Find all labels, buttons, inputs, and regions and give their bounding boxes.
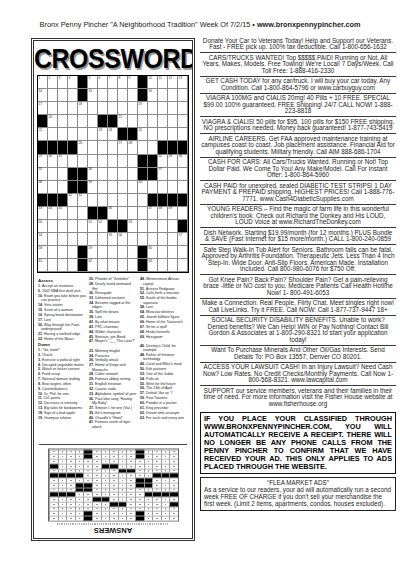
white-square: [58, 128, 68, 141]
white-square: [169, 497, 178, 502]
white-square: [178, 207, 188, 220]
clue: 8. Bow targets, often: [38, 382, 86, 386]
cell-number: 23: [98, 128, 102, 132]
white-square: [78, 115, 88, 128]
white-square: [152, 483, 161, 488]
white-square: [66, 497, 75, 502]
white-square: [126, 464, 135, 469]
white-square: 45: [58, 207, 68, 220]
white-square: [100, 507, 109, 512]
white-square: [168, 102, 178, 115]
white-square: [66, 468, 75, 473]
white-square: [98, 194, 108, 207]
clue: 18. Sign of a bad apple: [38, 411, 86, 415]
white-square: [57, 483, 66, 488]
clue-column: 25. Phoebe of "Gremlins"28. Dearly loved…: [89, 277, 137, 441]
white-square: [128, 155, 138, 168]
clue: 3. Exercise a political right: [38, 358, 86, 362]
cell-number: 46: [108, 206, 112, 210]
black-square: [108, 220, 118, 233]
white-square: [160, 464, 169, 469]
white-square: 49: [168, 207, 178, 220]
black-square: [148, 155, 158, 168]
white-square: [78, 155, 88, 168]
newspaper-page: Bronx Penny Pincher "A Neighborhood Trad…: [0, 0, 400, 573]
cell-number: 13: [178, 76, 182, 80]
black-square: [117, 502, 126, 507]
white-square: 37: [158, 168, 168, 181]
cell-number: 9: [128, 76, 130, 80]
cell-number: 38: [38, 180, 42, 184]
clue: 12. Decrease in intensity: [38, 401, 86, 405]
clue: 2. Oracle: [38, 353, 86, 357]
white-square: [108, 181, 118, 194]
classified-ad: CASH FOR CARS: All Cars/Trucks Wanted. R…: [200, 157, 396, 181]
black-square: [148, 168, 158, 181]
clue-number: 56.: [140, 386, 146, 390]
cell-number: 51: [88, 220, 92, 224]
white-square: [74, 464, 83, 469]
black-square: [74, 488, 83, 493]
white-square: [74, 478, 83, 483]
white-square: 2: [48, 76, 58, 89]
clue-number: 66.: [140, 320, 146, 324]
black-square: [178, 194, 188, 207]
white-square: [78, 233, 88, 246]
white-square: [135, 502, 144, 507]
clue-number: 68.: [140, 330, 146, 334]
white-square: 23: [98, 128, 108, 141]
white-square: [158, 128, 168, 141]
white-square: [158, 115, 168, 128]
black-square: [138, 168, 148, 181]
clue: 54. Pulls on: [140, 377, 188, 381]
white-square: [117, 511, 126, 516]
white-square: [160, 497, 169, 502]
classified-ad: SOCIAL SECURITY DISABILITY BENEFITS. Una…: [200, 315, 396, 345]
white-square: [88, 194, 98, 207]
white-square: 46: [108, 207, 118, 220]
answers-label: ANSWERS: [34, 526, 192, 535]
white-square: 48: [158, 207, 168, 220]
black-square: [38, 194, 48, 207]
clue: 23. Morning mugful: [89, 349, 137, 353]
cell-number: 35: [38, 167, 42, 171]
clue-number: 30.: [89, 291, 95, 295]
clue: 34. Become ragged at the edges: [89, 301, 137, 310]
white-square: 3: [58, 76, 68, 89]
white-square: [152, 511, 161, 516]
cell-number: 59: [88, 246, 92, 250]
clue-number: 39.: [89, 411, 95, 415]
white-square: [83, 478, 92, 483]
cell-number: 2: [48, 76, 50, 80]
clue-number: 46.: [140, 344, 146, 348]
cell-number: 60: [148, 246, 152, 250]
white-square: [57, 502, 66, 507]
white-square: [57, 497, 66, 502]
white-square: [66, 454, 75, 459]
white-square: [118, 246, 128, 259]
white-square: [58, 89, 68, 102]
black-square: [57, 473, 66, 478]
clue-number: 43.: [89, 325, 95, 329]
black-square: [98, 115, 108, 128]
white-square: [100, 454, 109, 459]
white-square: [143, 502, 152, 507]
clue: 42. By what means: [89, 320, 137, 324]
clue-number: 47.: [89, 339, 95, 343]
white-square: [88, 233, 98, 246]
clue: 57. Dotted, like an "i": [140, 391, 188, 395]
white-square: 24: [108, 128, 118, 141]
white-square: [57, 488, 66, 493]
black-square: [128, 128, 138, 141]
clue: 33. Alphabetic symbol of yore: [89, 392, 137, 396]
white-square: 41: [68, 194, 78, 207]
cell-number: 28: [128, 141, 132, 145]
white-square: [74, 454, 83, 459]
white-square: [49, 459, 58, 464]
page-header: Bronx Penny Pincher "A Neighborhood Trad…: [0, 20, 400, 29]
white-square: [169, 459, 178, 464]
white-square: [92, 488, 101, 493]
white-square: [117, 488, 126, 493]
white-square: [48, 128, 58, 141]
cell-number: 20: [48, 115, 52, 119]
white-square: [92, 507, 101, 512]
white-square: [49, 478, 58, 483]
white-square: 13: [178, 76, 188, 89]
white-square: [135, 488, 144, 493]
cell-number: 8: [118, 76, 120, 80]
black-square: [68, 168, 78, 181]
clue-number: 33.: [89, 296, 95, 300]
clue: 36. Paul who sang "Having My Baby": [89, 397, 137, 406]
white-square: [152, 502, 161, 507]
white-square: [100, 492, 109, 497]
white-square: 36: [88, 168, 98, 181]
white-square: [152, 488, 161, 493]
black-square: [168, 141, 178, 154]
white-square: [88, 128, 98, 141]
black-square: [83, 516, 92, 521]
white-square: [68, 259, 78, 272]
white-square: 32: [158, 155, 168, 168]
white-square: 11: [158, 76, 168, 89]
clue-number: 31.: [89, 382, 95, 386]
clue-number: 44.: [89, 330, 95, 334]
clue-number: 24.: [89, 354, 95, 358]
cell-number: 57: [178, 233, 182, 237]
black-square: [78, 259, 88, 272]
clue: 1. Accept an invitation: [38, 284, 86, 288]
black-square: [178, 141, 188, 154]
white-square: [135, 459, 144, 464]
clue: 25. Phoebe of "Gremlins": [89, 277, 137, 281]
clue: 20. Way through the Paris underground: [38, 323, 86, 332]
white-square: 38: [38, 181, 48, 194]
clue: 26. Verbally attack: [89, 358, 137, 362]
white-square: [143, 473, 152, 478]
cell-number: 45: [58, 206, 62, 210]
clue: 66. Home of the Taoiseach: [140, 320, 188, 324]
classified-ad: Make a Connection. Real People, Flirty C…: [200, 298, 396, 315]
clue-number: 38.: [89, 315, 95, 319]
white-square: 17: [38, 102, 48, 115]
white-square: [68, 220, 78, 233]
white-square: [108, 194, 118, 207]
white-square: [100, 449, 109, 454]
white-square: [148, 220, 158, 233]
white-square: [58, 220, 68, 233]
black-square: [138, 89, 148, 102]
cell-number: 27: [118, 141, 122, 145]
cell-number: 61: [38, 259, 42, 263]
cell-number: 33: [168, 154, 172, 158]
black-square: [66, 473, 75, 478]
white-square: 42: [78, 194, 88, 207]
white-square: [66, 483, 75, 488]
black-square: [83, 483, 92, 488]
white-square: [152, 459, 161, 464]
white-square: [88, 115, 98, 128]
cell-number: 55: [108, 233, 112, 237]
clue-number: 62.: [140, 411, 146, 415]
black-square: [138, 246, 148, 259]
black-square: [49, 473, 58, 478]
black-square: [148, 194, 158, 207]
clue-number: 7.: [38, 377, 42, 381]
white-square: [49, 511, 58, 516]
clue: 61. King preceder: [140, 406, 188, 410]
white-square: [92, 516, 101, 521]
white-square: [58, 181, 68, 194]
cell-number: 17: [38, 102, 42, 106]
black-square: [74, 473, 83, 478]
white-square: [160, 454, 169, 459]
white-square: [92, 473, 101, 478]
white-square: [135, 507, 144, 512]
white-square: 57: [178, 233, 188, 246]
cell-number: 56: [118, 233, 122, 237]
white-square: [49, 483, 58, 488]
white-square: 8: [118, 76, 128, 89]
clue: 30. Renegade: [89, 291, 137, 295]
clue-number: 59.: [140, 396, 146, 400]
white-square: 59: [88, 246, 98, 259]
white-square: 31: [58, 155, 68, 168]
classifieds-column: Donate Your Car to Veterans Today! Help …: [200, 36, 396, 511]
white-square: [143, 497, 152, 502]
white-square: 47: [148, 207, 158, 220]
clue: 44. Wilder character: [89, 330, 137, 334]
answer-grid-caption: [57, 523, 169, 525]
white-square: [135, 492, 144, 497]
clue: 63. For each and every one: [140, 416, 188, 420]
white-square: [126, 516, 135, 521]
white-square: [98, 181, 108, 194]
white-square: [92, 478, 101, 483]
white-square: [100, 473, 109, 478]
clue: 47. Moyet's "___ This Love?": [89, 339, 137, 343]
white-square: [92, 511, 101, 516]
white-square: 29: [38, 155, 48, 168]
white-square: [78, 128, 88, 141]
clue: 55. Wine for the future: [140, 382, 188, 386]
clue-number: 18.: [38, 411, 44, 415]
cell-number: 41: [68, 193, 72, 197]
white-square: [148, 141, 158, 154]
cell-number: 10: [148, 76, 152, 80]
cell-number: 37: [158, 167, 162, 171]
white-square: [66, 488, 75, 493]
white-square: [100, 516, 109, 521]
white-square: [57, 454, 66, 459]
white-square: [109, 488, 118, 493]
clue: 69. Hexagram: [140, 335, 188, 339]
cell-number: 19: [138, 102, 142, 106]
clue-number: 20.: [38, 323, 44, 327]
clue-number: 16.: [38, 313, 44, 317]
cell-number: 11: [158, 76, 162, 80]
white-square: [126, 454, 135, 459]
white-square: [109, 454, 118, 459]
white-square: 15: [88, 89, 98, 102]
white-square: [126, 507, 135, 512]
black-square: [83, 454, 92, 459]
white-square: [148, 115, 158, 128]
white-square: 56: [118, 233, 128, 246]
white-square: [152, 507, 161, 512]
clue-number: 48.: [140, 353, 146, 357]
white-square: [138, 233, 148, 246]
white-square: [88, 141, 98, 154]
clue: 4. Decayed vegetable matter: [38, 363, 86, 367]
clue: 31. English historian: [89, 382, 137, 386]
white-square: [74, 492, 83, 497]
clue: 28. Cable network: [89, 372, 137, 376]
clue-number: 54.: [140, 377, 146, 381]
white-square: [178, 168, 188, 181]
white-square: [68, 207, 78, 220]
white-square: [143, 488, 152, 493]
clue-number: 69.: [140, 335, 146, 339]
white-square: 12: [168, 76, 178, 89]
white-square: [108, 259, 118, 272]
white-square: [135, 497, 144, 502]
clue-number: 45.: [89, 335, 95, 339]
white-square: [160, 516, 169, 521]
clue: 16. Spring break destination: [38, 313, 86, 317]
white-square: [100, 468, 109, 473]
white-square: [143, 511, 152, 516]
classified-ad: CASH PAID for unexpired, sealed DIABETIC…: [200, 180, 396, 204]
black-square: [92, 497, 101, 502]
clue: 45. Brosnan, pre-Bond: [89, 335, 137, 339]
classified-ad: CARS/TRUCKS WANTED! Top $$$$$ PAID! Runn…: [200, 52, 396, 76]
white-square: 54: [38, 233, 48, 246]
white-square: [74, 507, 83, 512]
white-square: [68, 246, 78, 259]
white-square: [152, 497, 161, 502]
black-square: [168, 194, 178, 207]
white-square: [68, 102, 78, 115]
white-square: [57, 516, 66, 521]
clue-number: 9.: [38, 387, 42, 391]
cell-number: 12: [168, 76, 172, 80]
white-square: [126, 497, 135, 502]
white-square: [168, 233, 178, 246]
clue-number: 5.: [38, 367, 42, 371]
white-square: [117, 497, 126, 502]
black-square: [98, 207, 108, 220]
clue: 59. Post Toasties: [140, 396, 188, 400]
white-square: [138, 141, 148, 154]
clue: 11. 101 points: [38, 396, 86, 400]
white-square: [58, 115, 68, 128]
cell-number: 34: [178, 154, 182, 158]
white-square: [57, 511, 66, 516]
white-square: [117, 464, 126, 469]
white-square: [117, 478, 126, 483]
cell-number: 15: [88, 89, 92, 93]
clue-number: 10.: [38, 392, 44, 396]
white-square: 50: [38, 220, 48, 233]
black-square: [135, 454, 144, 459]
white-square: [83, 507, 92, 512]
white-square: [92, 483, 101, 488]
white-square: [66, 502, 75, 507]
white-square: [48, 89, 58, 102]
white-square: [100, 459, 109, 464]
white-square: [98, 89, 108, 102]
black-square: [66, 492, 75, 497]
white-square: [74, 516, 83, 521]
white-square: 27: [118, 141, 128, 154]
white-square: [58, 259, 68, 272]
cell-number: 26: [78, 141, 82, 145]
white-square: 26: [78, 141, 88, 154]
black-square: [143, 492, 152, 497]
clue: 64. Muscular distress: [140, 310, 188, 314]
cell-number: 43: [38, 206, 42, 210]
black-square: [117, 468, 126, 473]
clue: 67. Sit for a spell: [140, 325, 188, 329]
cell-number: 50: [38, 220, 42, 224]
white-square: [78, 207, 88, 220]
header-text: Bronx Penny Pincher "A Neighborhood Trad…: [40, 20, 257, 29]
white-square: [135, 464, 144, 469]
white-square: [160, 502, 169, 507]
classified-ad: Dish Network. Starting $19.99/month (for…: [200, 227, 396, 244]
white-square: [169, 483, 178, 488]
cell-number: 49: [168, 206, 172, 210]
white-square: [109, 478, 118, 483]
clue-number: 34.: [89, 301, 95, 305]
white-square: 35: [38, 168, 48, 181]
clue: 37. Simeon I, for one (Var.): [89, 406, 137, 410]
white-square: [118, 155, 128, 168]
classified-ad: VIAGRA & CIALIS! 50 pills for $95. 100 p…: [200, 116, 396, 133]
white-square: [128, 181, 138, 194]
clue: 68. Hindu honorific: [140, 330, 188, 334]
clue: 21. Having a toothed edge: [38, 332, 86, 336]
white-square: [88, 155, 98, 168]
white-square: [128, 115, 138, 128]
white-square: [158, 259, 168, 272]
clue-number: 41.: [89, 420, 95, 424]
